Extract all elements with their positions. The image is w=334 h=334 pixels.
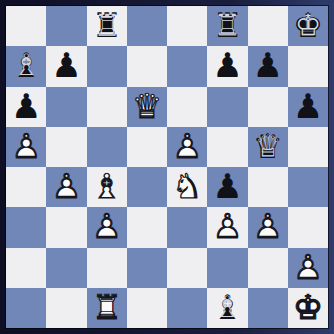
square-h6[interactable]: ♟ [288,87,328,127]
square-d1[interactable] [127,288,167,328]
white-pawn-piece[interactable]: ♟♙ [288,248,328,288]
white-bishop-piece[interactable]: ♝♗ [87,167,127,207]
white-rook-piece[interactable]: ♜♖ [87,288,127,328]
square-b7[interactable]: ♟ [46,46,86,86]
square-b2[interactable] [46,248,86,288]
piece-outline-icon: ♔ [288,288,328,327]
piece-outline-icon: ♘ [167,167,207,206]
square-a8[interactable] [6,6,46,46]
square-a4[interactable] [6,167,46,207]
square-e2[interactable] [167,248,207,288]
black-king-piece[interactable]: ♚♔ [288,6,328,46]
black-pawn-piece[interactable]: ♟ [46,46,86,86]
square-b4[interactable]: ♟♙ [46,167,86,207]
square-c2[interactable] [87,248,127,288]
square-d5[interactable] [127,127,167,167]
square-e6[interactable] [167,87,207,127]
square-g2[interactable] [248,248,288,288]
square-c5[interactable] [87,127,127,167]
white-king-piece[interactable]: ♚♔ [288,288,328,328]
piece-outline-icon: ♙ [207,207,247,246]
piece-outline-icon: ♕ [250,129,285,164]
square-h7[interactable] [288,46,328,86]
square-f1[interactable]: ♝♗ [207,288,247,328]
piece-outline-icon: ♖ [89,8,124,43]
white-pawn-piece[interactable]: ♟♙ [87,207,127,247]
white-pawn-piece[interactable]: ♟♙ [248,207,288,247]
square-b6[interactable] [46,87,86,127]
square-b1[interactable] [46,288,86,328]
square-g5[interactable]: ♛♕ [248,127,288,167]
square-h1[interactable]: ♚♔ [288,288,328,328]
square-d2[interactable] [127,248,167,288]
square-e8[interactable] [167,6,207,46]
piece-outline-icon: ♙ [248,207,288,246]
square-d3[interactable] [127,207,167,247]
square-d8[interactable] [127,6,167,46]
square-g6[interactable] [248,87,288,127]
piece-outline-icon: ♕ [127,87,167,126]
square-f4[interactable]: ♟ [207,167,247,207]
black-pawn-piece[interactable]: ♟ [207,167,247,207]
square-f7[interactable]: ♟ [207,46,247,86]
square-a1[interactable] [6,288,46,328]
square-d6[interactable]: ♛♕ [127,87,167,127]
piece-outline-icon: ♙ [6,127,46,166]
black-bishop-piece[interactable]: ♝♗ [6,46,46,86]
white-queen-piece[interactable]: ♛♕ [127,87,167,127]
square-a6[interactable]: ♟ [6,87,46,127]
white-pawn-piece[interactable]: ♟♙ [46,167,86,207]
black-rook-piece[interactable]: ♜♖ [207,6,247,46]
square-c4[interactable]: ♝♗ [87,167,127,207]
black-pawn-icon: ♟ [288,87,328,126]
piece-outline-icon: ♙ [87,207,127,246]
square-g7[interactable]: ♟ [248,46,288,86]
black-pawn-piece[interactable]: ♟ [6,87,46,127]
square-h4[interactable] [288,167,328,207]
square-e7[interactable] [167,46,207,86]
black-pawn-icon: ♟ [248,46,288,85]
white-knight-piece[interactable]: ♞♘ [167,167,207,207]
square-b5[interactable] [46,127,86,167]
square-d4[interactable] [127,167,167,207]
black-pawn-icon: ♟ [6,87,46,126]
square-f6[interactable] [207,87,247,127]
square-c3[interactable]: ♟♙ [87,207,127,247]
piece-outline-icon: ♙ [288,248,328,287]
square-c1[interactable]: ♜♖ [87,288,127,328]
square-c7[interactable] [87,46,127,86]
square-b3[interactable] [46,207,86,247]
piece-outline-icon: ♗ [9,48,44,83]
square-f8[interactable]: ♜♖ [207,6,247,46]
square-b8[interactable] [46,6,86,46]
black-pawn-icon: ♟ [207,167,247,206]
piece-outline-icon: ♙ [167,127,207,166]
black-rook-piece[interactable]: ♜♖ [87,6,127,46]
square-g1[interactable] [248,288,288,328]
square-h5[interactable] [288,127,328,167]
square-a2[interactable] [6,248,46,288]
white-pawn-piece[interactable]: ♟♙ [207,207,247,247]
black-pawn-icon: ♟ [207,46,247,85]
square-d7[interactable] [127,46,167,86]
black-bishop-piece[interactable]: ♝♗ [207,288,247,328]
square-c6[interactable] [87,87,127,127]
piece-outline-icon: ♔ [291,8,326,43]
square-e3[interactable] [167,207,207,247]
chess-board-frame: ♜♖♜♖♚♔♝♗♟♟♟♟♛♕♟♟♙♟♙♛♕♟♙♝♗♞♘♟♟♙♟♙♟♙♟♙♜♖♝♗… [0,0,334,334]
white-pawn-piece[interactable]: ♟♙ [6,127,46,167]
square-f3[interactable]: ♟♙ [207,207,247,247]
black-pawn-piece[interactable]: ♟ [207,46,247,86]
square-h3[interactable] [288,207,328,247]
square-e1[interactable] [167,288,207,328]
piece-outline-icon: ♗ [210,290,245,325]
square-a5[interactable]: ♟♙ [6,127,46,167]
square-e5[interactable]: ♟♙ [167,127,207,167]
square-h8[interactable]: ♚♔ [288,6,328,46]
square-a3[interactable] [6,207,46,247]
piece-outline-icon: ♗ [87,167,127,206]
chess-board: ♜♖♜♖♚♔♝♗♟♟♟♟♛♕♟♟♙♟♙♛♕♟♙♝♗♞♘♟♟♙♟♙♟♙♟♙♜♖♝♗… [6,6,328,328]
square-f5[interactable] [207,127,247,167]
black-pawn-icon: ♟ [46,46,86,85]
square-g8[interactable] [248,6,288,46]
piece-outline-icon: ♖ [210,8,245,43]
square-g4[interactable] [248,167,288,207]
square-c8[interactable]: ♜♖ [87,6,127,46]
piece-outline-icon: ♖ [87,288,127,327]
square-h2[interactable]: ♟♙ [288,248,328,288]
black-pawn-piece[interactable]: ♟ [288,87,328,127]
square-g3[interactable]: ♟♙ [248,207,288,247]
white-pawn-piece[interactable]: ♟♙ [167,127,207,167]
square-e4[interactable]: ♞♘ [167,167,207,207]
square-f2[interactable] [207,248,247,288]
black-queen-piece[interactable]: ♛♕ [248,127,288,167]
piece-outline-icon: ♙ [46,167,86,206]
black-pawn-piece[interactable]: ♟ [248,46,288,86]
square-a7[interactable]: ♝♗ [6,46,46,86]
